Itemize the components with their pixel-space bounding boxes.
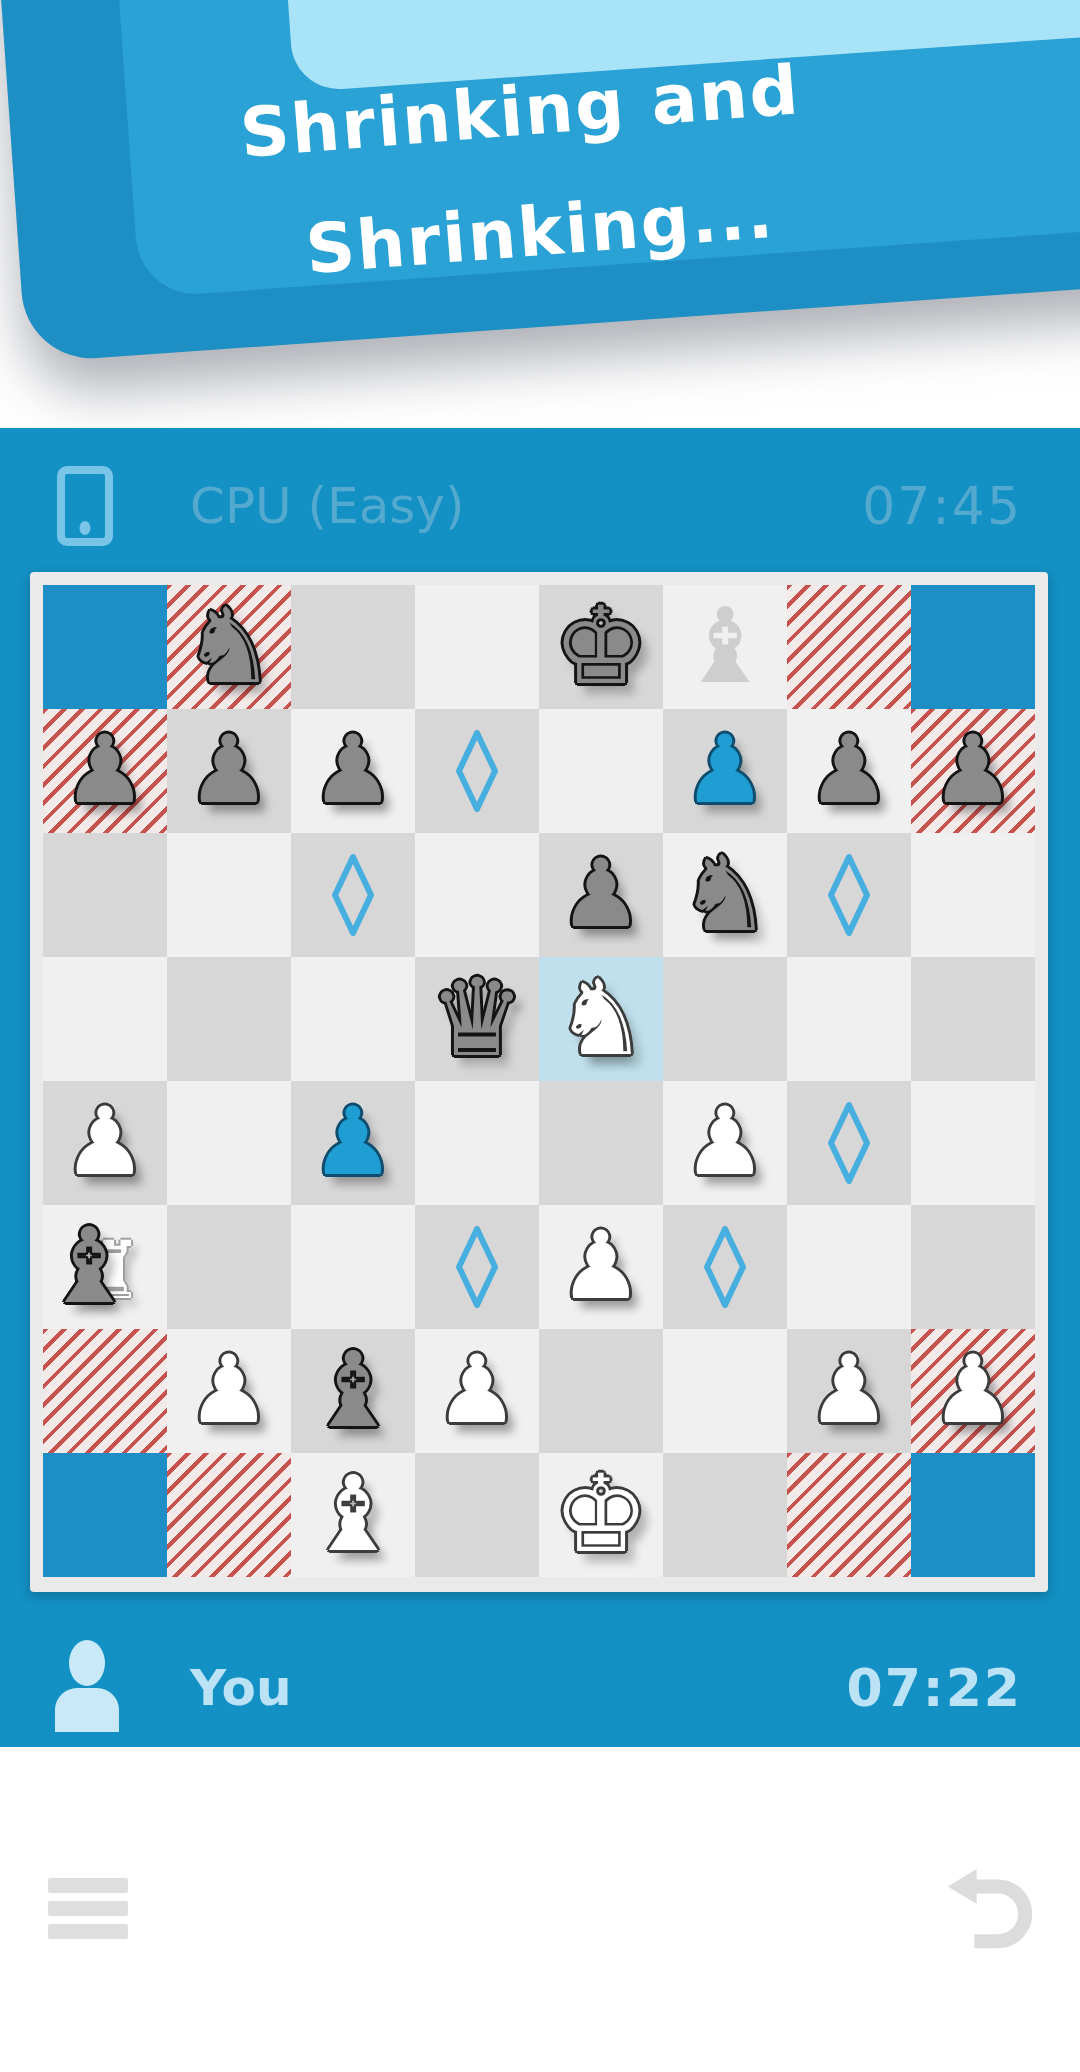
square-c7[interactable]: ♟: [291, 709, 415, 833]
square-c5[interactable]: [291, 957, 415, 1081]
square-h3[interactable]: [911, 1205, 1035, 1329]
opponent-clock: 07:45: [862, 476, 1022, 536]
square-f8[interactable]: ♝: [663, 585, 787, 709]
move-hint-diamond-icon: [703, 1225, 747, 1309]
game-area: CPU (Easy) 07:45 ♞♚♝♟♟♟♟♟♟♟♞♛♞♟♟♟♜♝♟♟♝♟♟…: [0, 428, 1080, 1747]
square-e5[interactable]: ♞: [539, 957, 663, 1081]
player-bar: You 07:22: [0, 1628, 1080, 1748]
square-a5[interactable]: [43, 957, 167, 1081]
square-e2[interactable]: [539, 1329, 663, 1453]
square-e3[interactable]: ♟: [539, 1205, 663, 1329]
piece-white-bishop: ♝: [291, 1453, 415, 1575]
piece-white-pawn: ♟: [787, 1329, 911, 1451]
piece-black-king: ♚: [539, 585, 663, 707]
square-c2[interactable]: ♝: [291, 1329, 415, 1453]
piece-white-pawn: ♟: [539, 1205, 663, 1327]
hamburger-menu-icon[interactable]: [48, 1878, 128, 1947]
square-h1[interactable]: [911, 1453, 1035, 1577]
square-a8[interactable]: [43, 585, 167, 709]
square-b5[interactable]: [167, 957, 291, 1081]
square-e1[interactable]: ♚: [539, 1453, 663, 1577]
square-g4[interactable]: [787, 1081, 911, 1205]
phone-icon: [57, 466, 113, 546]
piece-blue-pawn: ♟: [663, 709, 787, 831]
piece-black-bishop: ♝: [291, 1329, 415, 1451]
square-e4[interactable]: [539, 1081, 663, 1205]
piece-white-pawn: ♟: [43, 1081, 167, 1203]
square-b6[interactable]: [167, 833, 291, 957]
piece-blue-pawn: ♟: [291, 1081, 415, 1203]
piece-white-knight: ♞: [539, 957, 663, 1079]
square-d6[interactable]: [415, 833, 539, 957]
square-e6[interactable]: ♟: [539, 833, 663, 957]
square-a6[interactable]: [43, 833, 167, 957]
piece-black-knight: ♞: [663, 833, 787, 955]
piece-black-bishop: ♝: [27, 1205, 151, 1327]
square-h6[interactable]: [911, 833, 1035, 957]
square-d3[interactable]: [415, 1205, 539, 1329]
square-f2[interactable]: [663, 1329, 787, 1453]
square-f1[interactable]: [663, 1453, 787, 1577]
square-g5[interactable]: [787, 957, 911, 1081]
move-hint-diamond-icon: [455, 1225, 499, 1309]
square-h7[interactable]: ♟: [911, 709, 1035, 833]
square-c8[interactable]: [291, 585, 415, 709]
piece-white-pawn: ♟: [911, 1329, 1035, 1451]
opponent-bar: CPU (Easy) 07:45: [0, 446, 1080, 566]
piece-white-pawn: ♟: [663, 1081, 787, 1203]
ghost-bishop-icon: ♝: [663, 585, 787, 707]
piece-black-knight: ♞: [167, 585, 291, 707]
square-b1[interactable]: [167, 1453, 291, 1577]
square-g3[interactable]: [787, 1205, 911, 1329]
square-f7[interactable]: ♟: [663, 709, 787, 833]
piece-black-pawn: ♟: [43, 709, 167, 831]
player-clock: 07:22: [846, 1658, 1022, 1718]
square-g8[interactable]: [787, 585, 911, 709]
move-hint-diamond-icon: [455, 729, 499, 813]
square-b7[interactable]: ♟: [167, 709, 291, 833]
square-f6[interactable]: ♞: [663, 833, 787, 957]
piece-black-pawn: ♟: [291, 709, 415, 831]
piece-black-pawn: ♟: [539, 833, 663, 955]
square-h2[interactable]: ♟: [911, 1329, 1035, 1453]
piece-white-king: ♚: [539, 1453, 663, 1575]
square-d5[interactable]: ♛: [415, 957, 539, 1081]
square-h4[interactable]: [911, 1081, 1035, 1205]
square-d2[interactable]: ♟: [415, 1329, 539, 1453]
piece-black-queen: ♛: [415, 957, 539, 1079]
square-a7[interactable]: ♟: [43, 709, 167, 833]
square-d4[interactable]: [415, 1081, 539, 1205]
piece-black-pawn: ♟: [911, 709, 1035, 831]
move-hint-diamond-icon: [827, 1101, 871, 1185]
piece-white-pawn: ♟: [415, 1329, 539, 1451]
square-g7[interactable]: ♟: [787, 709, 911, 833]
square-b4[interactable]: [167, 1081, 291, 1205]
square-e7[interactable]: [539, 709, 663, 833]
square-g6[interactable]: [787, 833, 911, 957]
square-f3[interactable]: [663, 1205, 787, 1329]
square-c6[interactable]: [291, 833, 415, 957]
footer: [0, 1747, 1080, 2072]
square-g1[interactable]: [787, 1453, 911, 1577]
piece-black-pawn: ♟: [787, 709, 911, 831]
square-g2[interactable]: ♟: [787, 1329, 911, 1453]
player-name: You: [190, 1659, 292, 1717]
move-hint-diamond-icon: [331, 853, 375, 937]
board-frame: ♞♚♝♟♟♟♟♟♟♟♞♛♞♟♟♟♜♝♟♟♝♟♟♟♝♚: [30, 572, 1048, 1592]
banner: Shrinking and Shrinking...: [0, 0, 1080, 470]
square-h5[interactable]: [911, 957, 1035, 1081]
square-d1[interactable]: [415, 1453, 539, 1577]
square-d7[interactable]: [415, 709, 539, 833]
undo-arrow-icon[interactable]: [942, 1865, 1038, 1951]
move-hint-diamond-icon: [827, 853, 871, 937]
square-d8[interactable]: [415, 585, 539, 709]
square-f4[interactable]: ♟: [663, 1081, 787, 1205]
square-a2[interactable]: [43, 1329, 167, 1453]
square-b8[interactable]: ♞: [167, 585, 291, 709]
piece-black-pawn: ♟: [167, 709, 291, 831]
square-b2[interactable]: ♟: [167, 1329, 291, 1453]
square-a4[interactable]: ♟: [43, 1081, 167, 1205]
person-icon: [55, 1640, 119, 1732]
square-c3[interactable]: [291, 1205, 415, 1329]
square-c1[interactable]: ♝: [291, 1453, 415, 1577]
square-e8[interactable]: ♚: [539, 585, 663, 709]
square-a1[interactable]: [43, 1453, 167, 1577]
piece-white-pawn: ♟: [167, 1329, 291, 1451]
chess-board: ♞♚♝♟♟♟♟♟♟♟♞♛♞♟♟♟♜♝♟♟♝♟♟♟♝♚: [43, 585, 1035, 1577]
square-h8[interactable]: [911, 585, 1035, 709]
square-c4[interactable]: ♟: [291, 1081, 415, 1205]
opponent-name: CPU (Easy): [190, 477, 464, 535]
square-a3[interactable]: ♜♝: [43, 1205, 167, 1329]
square-f5[interactable]: [663, 957, 787, 1081]
square-b3[interactable]: [167, 1205, 291, 1329]
